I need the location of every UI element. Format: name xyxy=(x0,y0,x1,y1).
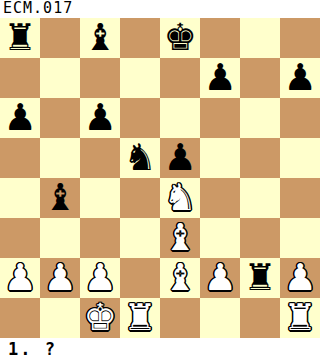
square-f7[interactable]: ♟︎ xyxy=(200,58,240,98)
square-a6[interactable]: ♟︎ xyxy=(0,98,40,138)
square-e5[interactable]: ♟︎ xyxy=(160,138,200,178)
square-h3[interactable] xyxy=(280,218,320,258)
black-pawn: ♟︎ xyxy=(203,58,236,98)
white-pawn: ♟︎ xyxy=(83,258,116,298)
diagram-title: ECM.017 xyxy=(0,0,320,18)
square-c7[interactable] xyxy=(80,58,120,98)
square-g5[interactable] xyxy=(240,138,280,178)
white-pawn: ♟︎ xyxy=(3,258,36,298)
square-b6[interactable] xyxy=(40,98,80,138)
white-rook: ♜︎ xyxy=(283,298,316,338)
square-d8[interactable] xyxy=(120,18,160,58)
square-g4[interactable] xyxy=(240,178,280,218)
square-d1[interactable]: ♜︎ xyxy=(120,298,160,338)
square-h6[interactable] xyxy=(280,98,320,138)
square-g2[interactable]: ♜︎ xyxy=(240,258,280,298)
white-bishop: ♝︎ xyxy=(163,218,196,258)
square-a1[interactable] xyxy=(0,298,40,338)
square-h5[interactable] xyxy=(280,138,320,178)
square-a5[interactable] xyxy=(0,138,40,178)
white-pawn: ♟︎ xyxy=(283,258,316,298)
square-d4[interactable] xyxy=(120,178,160,218)
square-b3[interactable] xyxy=(40,218,80,258)
square-h1[interactable]: ♜︎ xyxy=(280,298,320,338)
square-a3[interactable] xyxy=(0,218,40,258)
square-a8[interactable]: ♜︎ xyxy=(0,18,40,58)
black-pawn: ♟︎ xyxy=(283,58,316,98)
black-pawn: ♟︎ xyxy=(3,98,36,138)
black-pawn: ♟︎ xyxy=(163,138,196,178)
square-d6[interactable] xyxy=(120,98,160,138)
chess-diagram: ECM.017 ♜︎♝︎♚︎♟︎♟︎♟︎♟︎♞︎♟︎♝︎♞︎♝︎♟︎♟︎♟︎♝︎… xyxy=(0,0,320,360)
square-c3[interactable] xyxy=(80,218,120,258)
square-f8[interactable] xyxy=(200,18,240,58)
square-g8[interactable] xyxy=(240,18,280,58)
black-bishop: ♝︎ xyxy=(83,18,116,58)
square-d5[interactable]: ♞︎ xyxy=(120,138,160,178)
square-c6[interactable]: ♟︎ xyxy=(80,98,120,138)
square-b1[interactable] xyxy=(40,298,80,338)
white-pawn: ♟︎ xyxy=(43,258,76,298)
square-b4[interactable]: ♝︎ xyxy=(40,178,80,218)
black-king: ♚︎ xyxy=(163,18,196,58)
square-e3[interactable]: ♝︎ xyxy=(160,218,200,258)
square-c4[interactable] xyxy=(80,178,120,218)
square-h8[interactable] xyxy=(280,18,320,58)
square-b5[interactable] xyxy=(40,138,80,178)
square-h4[interactable] xyxy=(280,178,320,218)
square-c1[interactable]: ♚︎ xyxy=(80,298,120,338)
square-h2[interactable]: ♟︎ xyxy=(280,258,320,298)
chess-board: ♜︎♝︎♚︎♟︎♟︎♟︎♟︎♞︎♟︎♝︎♞︎♝︎♟︎♟︎♟︎♝︎♟︎♜︎♟︎♚︎… xyxy=(0,18,320,338)
move-prompt: 1. ? xyxy=(0,338,320,360)
square-f5[interactable] xyxy=(200,138,240,178)
square-f3[interactable] xyxy=(200,218,240,258)
square-g7[interactable] xyxy=(240,58,280,98)
square-f6[interactable] xyxy=(200,98,240,138)
white-knight: ♞︎ xyxy=(163,178,196,218)
white-bishop: ♝︎ xyxy=(163,258,196,298)
square-b2[interactable]: ♟︎ xyxy=(40,258,80,298)
white-rook: ♜︎ xyxy=(123,298,156,338)
square-c8[interactable]: ♝︎ xyxy=(80,18,120,58)
square-g6[interactable] xyxy=(240,98,280,138)
square-f4[interactable] xyxy=(200,178,240,218)
square-d3[interactable] xyxy=(120,218,160,258)
white-king: ♚︎ xyxy=(83,298,116,338)
square-c2[interactable]: ♟︎ xyxy=(80,258,120,298)
square-e8[interactable]: ♚︎ xyxy=(160,18,200,58)
black-knight: ♞︎ xyxy=(123,138,156,178)
square-h7[interactable]: ♟︎ xyxy=(280,58,320,98)
black-pawn: ♟︎ xyxy=(83,98,116,138)
square-c5[interactable] xyxy=(80,138,120,178)
square-f1[interactable] xyxy=(200,298,240,338)
white-pawn: ♟︎ xyxy=(203,258,236,298)
square-f2[interactable]: ♟︎ xyxy=(200,258,240,298)
square-a4[interactable] xyxy=(0,178,40,218)
black-rook: ♜︎ xyxy=(243,258,276,298)
square-e6[interactable] xyxy=(160,98,200,138)
square-d7[interactable] xyxy=(120,58,160,98)
square-b8[interactable] xyxy=(40,18,80,58)
square-a7[interactable] xyxy=(0,58,40,98)
square-g1[interactable] xyxy=(240,298,280,338)
black-rook: ♜︎ xyxy=(3,18,36,58)
black-bishop: ♝︎ xyxy=(43,178,76,218)
square-e4[interactable]: ♞︎ xyxy=(160,178,200,218)
square-d2[interactable] xyxy=(120,258,160,298)
square-e7[interactable] xyxy=(160,58,200,98)
square-e1[interactable] xyxy=(160,298,200,338)
square-e2[interactable]: ♝︎ xyxy=(160,258,200,298)
square-g3[interactable] xyxy=(240,218,280,258)
square-a2[interactable]: ♟︎ xyxy=(0,258,40,298)
square-b7[interactable] xyxy=(40,58,80,98)
